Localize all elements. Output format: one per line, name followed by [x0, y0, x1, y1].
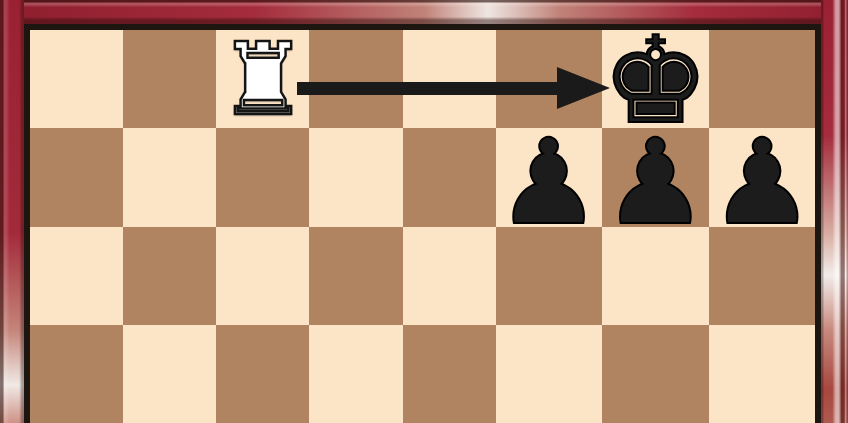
square-d8[interactable] — [309, 30, 402, 128]
square-g7[interactable]: ♟ — [602, 128, 710, 226]
chess-board: ♜♚♟♟♟ — [30, 30, 815, 423]
square-f5[interactable] — [496, 325, 602, 423]
square-d6[interactable] — [309, 227, 402, 325]
piece-black-pawn-g7[interactable]: ♟ — [603, 123, 709, 241]
square-b8[interactable] — [123, 30, 216, 128]
square-c8[interactable]: ♜ — [216, 30, 309, 128]
square-a5[interactable] — [30, 325, 123, 423]
frame-right — [821, 0, 848, 423]
square-c7[interactable] — [216, 128, 309, 226]
square-e7[interactable] — [403, 128, 496, 226]
frame-top — [0, 0, 848, 24]
piece-black-pawn-f7[interactable]: ♟ — [496, 123, 602, 241]
square-h7[interactable]: ♟ — [709, 128, 815, 226]
square-e5[interactable] — [403, 325, 496, 423]
square-d7[interactable] — [309, 128, 402, 226]
square-e6[interactable] — [403, 227, 496, 325]
square-b7[interactable] — [123, 128, 216, 226]
board-inner-border: ♜♚♟♟♟ — [24, 24, 821, 423]
square-f7[interactable]: ♟ — [496, 128, 602, 226]
square-e8[interactable] — [403, 30, 496, 128]
square-a8[interactable] — [30, 30, 123, 128]
square-d5[interactable] — [309, 325, 402, 423]
screenshot-root: ♜♚♟♟♟ — [0, 0, 848, 423]
square-a7[interactable] — [30, 128, 123, 226]
square-c6[interactable] — [216, 227, 309, 325]
frame-left — [0, 0, 24, 423]
square-a6[interactable] — [30, 227, 123, 325]
piece-black-pawn-h7[interactable]: ♟ — [709, 123, 815, 241]
square-b5[interactable] — [123, 325, 216, 423]
square-c5[interactable] — [216, 325, 309, 423]
square-b6[interactable] — [123, 227, 216, 325]
piece-white-rook-c8[interactable]: ♜ — [218, 30, 308, 130]
square-g5[interactable] — [602, 325, 710, 423]
square-h5[interactable] — [709, 325, 815, 423]
